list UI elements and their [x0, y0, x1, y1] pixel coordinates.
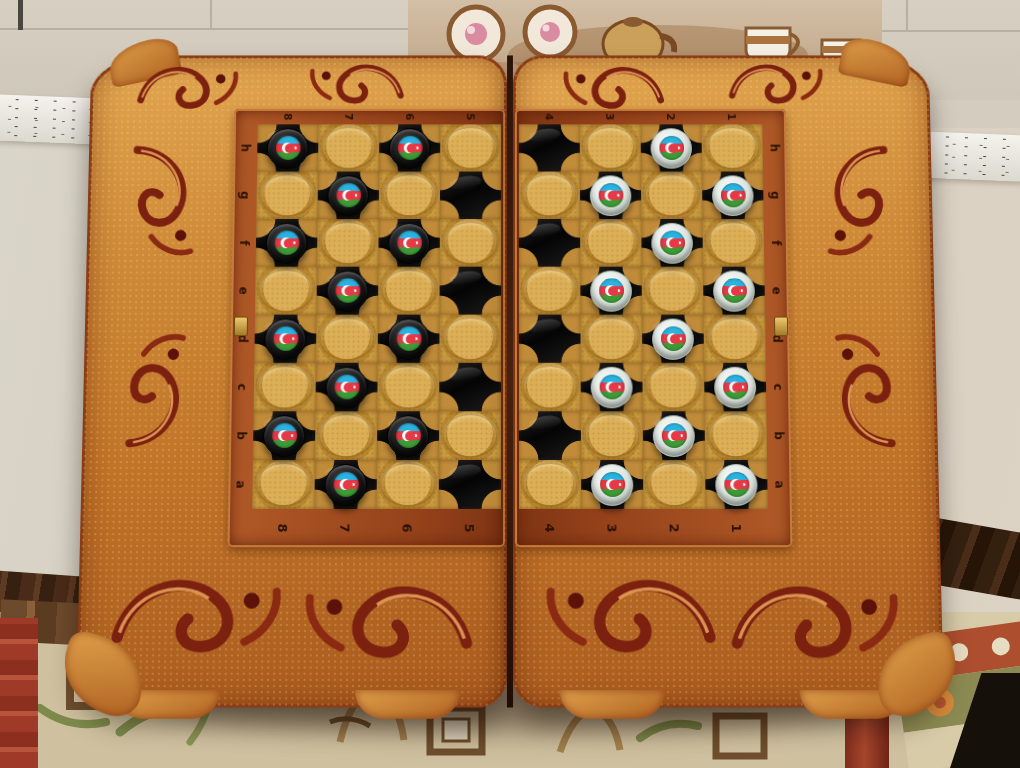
flag-star	[742, 483, 745, 486]
flag-star	[739, 289, 742, 292]
azerbaijan-flag-sticker	[723, 375, 748, 400]
azerbaijan-flag-sticker	[275, 136, 300, 160]
square-b1[interactable]	[705, 411, 768, 460]
azerbaijan-flag-sticker	[660, 326, 685, 351]
azerbaijan-flag-sticker	[598, 183, 623, 207]
azerbaijan-flag-sticker	[335, 278, 360, 302]
azerbaijan-flag-sticker	[720, 183, 745, 207]
square-c7[interactable]	[315, 363, 377, 411]
square-b4[interactable]	[519, 411, 581, 460]
azerbaijan-flag-sticker	[272, 423, 297, 448]
flag-star	[617, 386, 620, 389]
square-b8[interactable]	[253, 411, 316, 460]
azerbaijan-flag-sticker	[659, 136, 684, 160]
square-c6[interactable]	[377, 363, 439, 411]
white-man-h2[interactable]	[650, 128, 692, 168]
flag-star	[678, 337, 681, 340]
black-man-g7[interactable]	[327, 175, 369, 216]
column-label-2: 2	[657, 497, 692, 559]
square-b6[interactable]	[377, 411, 439, 460]
square-d8[interactable]	[254, 315, 316, 363]
square-g4[interactable]	[519, 172, 580, 219]
square-g8[interactable]	[256, 172, 318, 219]
black-man-a7[interactable]	[324, 463, 366, 505]
white-man-g1[interactable]	[712, 175, 754, 216]
carved-scroll-ornament	[726, 573, 909, 674]
column-label-6: 6	[390, 497, 424, 559]
azerbaijan-flag-sticker	[273, 326, 298, 351]
board-panel-left: 8765 hgfedcba 8765	[228, 109, 506, 547]
azerbaijan-flag-sticker	[600, 472, 625, 497]
black-man-b8[interactable]	[263, 415, 305, 457]
board-half-left: 8765 hgfedcba 8765	[76, 55, 507, 707]
square-h4[interactable]	[519, 124, 580, 171]
square-c4[interactable]	[519, 363, 581, 411]
carved-foot	[560, 690, 666, 719]
porcelain-plate	[449, 7, 503, 61]
square-d6[interactable]	[378, 315, 440, 363]
flag-star	[415, 146, 418, 149]
black-man-d8[interactable]	[264, 318, 306, 359]
square-e6[interactable]	[378, 267, 440, 315]
square-f1[interactable]	[702, 219, 764, 267]
flag-star	[354, 194, 357, 197]
azerbaijan-flag-sticker	[599, 375, 624, 400]
square-f7[interactable]	[317, 219, 379, 267]
square-g3[interactable]	[580, 172, 641, 219]
flag-star	[618, 483, 621, 486]
column-label-7: 7	[328, 497, 363, 559]
white-man-d2[interactable]	[652, 318, 694, 359]
column-labels-top-right: 4321	[519, 109, 763, 124]
azerbaijan-flag-sticker	[661, 423, 686, 448]
square-h2[interactable]	[641, 124, 702, 171]
white-man-c3[interactable]	[591, 366, 633, 408]
flag-star	[738, 194, 741, 197]
azerbaijan-flag-sticker	[333, 472, 358, 497]
flag-star	[414, 434, 417, 437]
board-panel-right: 4321 hgfedcba 4321	[515, 109, 793, 547]
square-d5[interactable]	[439, 315, 501, 363]
black-man-h8[interactable]	[267, 128, 309, 168]
square-c8[interactable]	[254, 363, 316, 411]
square-c5[interactable]	[439, 363, 501, 411]
black-man-f6[interactable]	[388, 222, 430, 263]
flag-star	[678, 241, 681, 244]
azerbaijan-flag-sticker	[334, 375, 359, 400]
azerbaijan-flag-sticker	[274, 231, 299, 255]
tile-grout-line	[0, 28, 410, 30]
square-b7[interactable]	[315, 411, 377, 460]
flag-star	[679, 434, 682, 437]
board-half-right: 4321 hgfedcba 4321	[513, 55, 944, 707]
column-label-3: 3	[595, 497, 629, 559]
square-c2[interactable]	[642, 363, 704, 411]
black-man-d6[interactable]	[388, 318, 430, 359]
column-label-4: 4	[533, 497, 567, 559]
azerbaijan-flag-sticker	[397, 231, 422, 255]
azerbaijan-flag-sticker	[396, 423, 421, 448]
column-label-5: 5	[453, 497, 487, 559]
tile-grout-line	[906, 0, 908, 30]
column-labels-bottom-right: 4321	[519, 511, 768, 545]
azerbaijan-flag-sticker	[599, 278, 624, 302]
square-f2[interactable]	[641, 219, 703, 267]
white-man-g3[interactable]	[590, 175, 632, 216]
square-e7[interactable]	[316, 267, 378, 315]
column-labels-bottom-left: 8765	[252, 511, 501, 545]
square-d2[interactable]	[642, 315, 704, 363]
square-c1[interactable]	[704, 363, 766, 411]
flag-star	[351, 483, 354, 486]
carved-scroll-ornament	[805, 132, 913, 273]
flag-star	[292, 241, 295, 244]
square-f5[interactable]	[440, 219, 501, 267]
white-man-b2[interactable]	[653, 415, 695, 457]
flag-star	[414, 337, 417, 340]
square-d1[interactable]	[704, 315, 766, 363]
flag-star	[617, 289, 620, 292]
white-man-a1[interactable]	[715, 463, 758, 505]
azerbaijan-flag-sticker	[396, 326, 421, 351]
azerbaijan-flag-sticker	[724, 472, 749, 497]
azerbaijan-flag-sticker	[721, 278, 746, 302]
flag-star	[293, 146, 296, 149]
square-h3[interactable]	[580, 124, 641, 171]
square-g1[interactable]	[702, 172, 764, 219]
square-e1[interactable]	[703, 267, 765, 315]
flag-star	[291, 337, 294, 340]
square-f3[interactable]	[580, 219, 642, 267]
brass-clasp	[774, 317, 788, 337]
carved-scroll-ornament	[537, 565, 719, 670]
white-man-f2[interactable]	[651, 222, 693, 263]
white-man-e3[interactable]	[590, 270, 632, 311]
square-g2[interactable]	[641, 172, 703, 219]
carved-scroll-ornament	[107, 565, 290, 670]
tile-grout-line	[210, 0, 212, 28]
azerbaijan-flag-sticker	[336, 183, 361, 207]
tile-grout-line	[878, 30, 1020, 32]
square-h5[interactable]	[440, 124, 501, 171]
white-man-a3[interactable]	[591, 463, 633, 505]
square-d7[interactable]	[316, 315, 378, 363]
azerbaijan-flag-sticker	[660, 231, 685, 255]
square-a1[interactable]	[705, 460, 768, 509]
white-man-c1[interactable]	[714, 366, 756, 408]
flag-star	[352, 386, 355, 389]
square-e8[interactable]	[255, 267, 317, 315]
square-f6[interactable]	[378, 219, 440, 267]
flag-star	[677, 146, 680, 149]
square-e4[interactable]	[519, 267, 581, 315]
flag-star	[290, 434, 293, 437]
square-a3[interactable]	[581, 460, 643, 509]
black-man-c7[interactable]	[325, 366, 367, 408]
column-label-8: 8	[266, 497, 301, 559]
carved-foot	[355, 690, 461, 719]
white-man-e1[interactable]	[713, 270, 755, 311]
flag-star	[616, 194, 619, 197]
square-e5[interactable]	[440, 267, 502, 315]
flag-star	[353, 289, 356, 292]
square-h1[interactable]	[701, 124, 763, 171]
black-man-h6[interactable]	[389, 128, 431, 168]
square-g7[interactable]	[318, 172, 380, 219]
square-f4[interactable]	[519, 219, 580, 267]
column-labels-top-left: 8765	[258, 109, 502, 124]
black-man-e7[interactable]	[326, 270, 368, 311]
flag-star	[741, 386, 744, 389]
square-d3[interactable]	[580, 315, 642, 363]
porcelain-plate	[525, 7, 575, 57]
square-h7[interactable]	[318, 124, 379, 171]
square-a7[interactable]	[314, 460, 377, 509]
carved-scroll-ornament	[294, 573, 476, 674]
scene: 8765 hgfedcba 8765 4321 hgfedcba 4321	[0, 0, 1020, 768]
square-c3[interactable]	[581, 363, 643, 411]
checkers-board: 8765 hgfedcba 8765 4321 hgfedcba 4321	[76, 55, 944, 707]
carved-scroll-ornament	[812, 318, 921, 459]
playing-field-left	[252, 124, 501, 509]
fold-hinge-gap	[507, 55, 513, 707]
square-h8[interactable]	[257, 124, 319, 171]
playing-field-right	[519, 124, 768, 509]
square-h6[interactable]	[379, 124, 440, 171]
square-f8[interactable]	[256, 219, 318, 267]
square-e2[interactable]	[642, 267, 704, 315]
square-g5[interactable]	[440, 172, 501, 219]
square-b3[interactable]	[581, 411, 643, 460]
carpet-red-edge	[0, 618, 38, 768]
square-e3[interactable]	[580, 267, 642, 315]
carved-scroll-ornament	[100, 318, 209, 459]
square-g6[interactable]	[379, 172, 440, 219]
square-d4[interactable]	[519, 315, 581, 363]
column-label-1: 1	[719, 497, 754, 559]
black-man-f8[interactable]	[266, 222, 308, 263]
square-b2[interactable]	[643, 411, 705, 460]
flag-star	[415, 241, 418, 244]
black-man-b6[interactable]	[387, 415, 429, 457]
carved-scroll-ornament	[108, 132, 216, 273]
tile-shadow-slit	[18, 0, 23, 30]
brass-clasp	[234, 317, 248, 337]
azerbaijan-flag-sticker	[397, 136, 422, 160]
square-b5[interactable]	[439, 411, 501, 460]
